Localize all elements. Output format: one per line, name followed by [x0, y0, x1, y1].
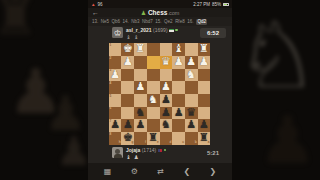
square-c2[interactable]: ♟ [172, 56, 185, 69]
square-a1[interactable]: ♜ [198, 43, 211, 56]
square-a5[interactable] [198, 94, 211, 107]
square-b3[interactable]: ♞ [185, 69, 198, 82]
square-a4[interactable] [198, 81, 211, 94]
white-knight-piece[interactable]: ♞ [185, 69, 198, 82]
white-pawn-piece[interactable]: ♟ [198, 56, 211, 69]
square-c4[interactable] [172, 81, 185, 94]
opponent-flag-icon [169, 29, 174, 32]
black-pawn-piece[interactable]: ♟ [109, 119, 122, 132]
player-username[interactable]: Jojaja [126, 147, 140, 153]
square-d5[interactable]: ♟ [160, 94, 173, 107]
player-card: Jojaja (1714) ♝ ♟ 5:21 [88, 146, 232, 161]
black-rook-piece[interactable]: ♜ [147, 132, 160, 145]
rank-label: 5 [110, 95, 112, 98]
square-c8[interactable]: c [172, 132, 185, 145]
logo-suffix: .com [167, 10, 179, 16]
square-b2[interactable]: ♟ [185, 56, 198, 69]
opponent-card: ♔ asl_r_2021 (1699) ♝ ♝ 6:52 [88, 26, 232, 41]
square-f8[interactable]: f [134, 132, 147, 145]
square-d8[interactable]: d [160, 132, 173, 145]
square-g5[interactable] [121, 94, 134, 107]
player-captured-pieces: ♝ ♟ [126, 154, 139, 160]
rank-label: 4 [110, 82, 112, 85]
move-token[interactable]: 14. [123, 19, 129, 24]
square-h5[interactable]: 5 [109, 94, 122, 107]
opponent-username[interactable]: asl_r_2021 [126, 27, 152, 33]
square-f2[interactable] [134, 56, 147, 69]
next-move-icon[interactable]: ❯ [210, 168, 217, 176]
square-c1[interactable]: ♝ [172, 43, 185, 56]
move-token[interactable]: 16. [187, 19, 193, 24]
square-e2[interactable] [147, 56, 160, 69]
rank-label: 1 [110, 44, 112, 47]
square-a3[interactable] [198, 69, 211, 82]
square-e8[interactable]: e♜ [147, 132, 160, 145]
status-bar: ▲ 96 2:27 PM 85% [88, 0, 232, 8]
opponent-online-dot [175, 29, 178, 32]
white-rook-piece[interactable]: ♜ [134, 43, 147, 56]
white-queen-piece[interactable]: ♛ [160, 56, 173, 69]
menu-grid-icon[interactable]: ▦ [104, 168, 112, 176]
square-f4[interactable]: ♟ [134, 81, 147, 94]
settings-gear-icon[interactable]: ⚙ [131, 168, 138, 176]
white-knight-piece[interactable]: ♞ [147, 94, 160, 107]
white-pawn-piece[interactable]: ♟ [185, 56, 198, 69]
square-h8[interactable]: 8h [109, 132, 122, 145]
move-token[interactable]: Ne5 [101, 19, 109, 24]
square-c5[interactable] [172, 94, 185, 107]
file-label: d [169, 141, 171, 144]
white-pawn-piece[interactable]: ♟ [172, 56, 185, 69]
bg-rook-top-left: ♜ [0, 0, 39, 46]
opponent-captured-pieces: ♝ ♝ [126, 34, 139, 40]
square-f7[interactable]: ♟ [134, 119, 147, 132]
square-h7[interactable]: 7♟ [109, 119, 122, 132]
square-h3[interactable]: 3♟ [109, 69, 122, 82]
nav-bar: ← ♟ Chess.com [88, 8, 232, 17]
screenshot-root: ♜♟♟♘♟♟ ▲ 96 2:27 PM 85% ← ♟ Chess.com 13… [0, 0, 320, 180]
file-label: c [182, 141, 184, 144]
square-c3[interactable] [172, 69, 185, 82]
move-token[interactable]: Qb6 [112, 19, 121, 24]
signal-value: 96 [97, 2, 102, 7]
move-token[interactable]: Nbd7 [142, 19, 153, 24]
white-bishop-piece[interactable]: ♝ [172, 43, 185, 56]
white-king-avatar-icon: ♔ [112, 27, 123, 38]
bottom-toolbar: ▦⚙⇄❮❯ [88, 163, 232, 180]
square-g1[interactable]: ♚ [121, 43, 134, 56]
player-avatar[interactable] [112, 147, 123, 158]
clock-time: 2:27 PM [193, 2, 210, 7]
move-token[interactable]: Rfe8 [175, 19, 185, 24]
player-clock: 5:21 [200, 148, 226, 158]
chess-app-window: ▲ 96 2:27 PM 85% ← ♟ Chess.com 13.Ne5Qb6… [88, 0, 232, 180]
square-d2[interactable]: ♛ [160, 56, 173, 69]
square-a8[interactable]: a♜ [198, 132, 211, 145]
square-a2[interactable]: ♟ [198, 56, 211, 69]
logo-pawn-icon: ♟ [141, 9, 146, 16]
square-d7[interactable]: ♞ [160, 119, 173, 132]
black-king-piece[interactable]: ♚ [121, 132, 134, 145]
white-pawn-piece[interactable]: ♟ [134, 81, 147, 94]
square-d1[interactable] [160, 43, 173, 56]
square-b8[interactable]: b [185, 132, 198, 145]
square-g8[interactable]: g♚ [121, 132, 134, 145]
signal-icon: ▲ [91, 2, 95, 7]
move-token[interactable]: Qe2 [164, 19, 173, 24]
square-e3[interactable] [147, 69, 160, 82]
rank-label: 6 [110, 107, 112, 110]
file-label: b [195, 141, 197, 144]
square-c7[interactable] [172, 119, 185, 132]
current-move-token[interactable]: Qd2 [196, 19, 208, 25]
square-h4[interactable]: 4 [109, 81, 122, 94]
opponent-avatar[interactable]: ♔ [112, 27, 123, 38]
battery-percent: 85% [212, 2, 221, 7]
square-f5[interactable] [134, 94, 147, 107]
rank-label: 2 [110, 57, 112, 60]
rank-label: 8 [110, 133, 112, 136]
square-h2[interactable]: 2 [109, 56, 122, 69]
opponent-clock: 6:52 [200, 28, 226, 38]
white-king-piece[interactable]: ♚ [121, 43, 134, 56]
chesscom-logo: ♟ Chess.com [88, 9, 232, 16]
square-b1[interactable] [185, 43, 198, 56]
battery-icon [223, 3, 229, 6]
square-h1[interactable]: 1 [109, 43, 122, 56]
move-list-bar[interactable]: 13.Ne5Qb614.Nb3Nbd715.Qe2Rfe816.Qd2 [88, 17, 232, 26]
black-knight-piece[interactable]: ♞ [160, 119, 173, 132]
status-left: ▲ 96 [91, 2, 102, 7]
square-e5[interactable]: ♞ [147, 94, 160, 107]
player-online-dot [164, 149, 167, 152]
black-pawn-piece[interactable]: ♟ [172, 107, 185, 120]
status-right: 2:27 PM 85% [193, 2, 229, 7]
white-pawn-piece[interactable]: ♟ [121, 56, 134, 69]
black-pawn-piece[interactable]: ♟ [160, 94, 173, 107]
black-rook-piece[interactable]: ♜ [198, 132, 211, 145]
square-g4[interactable] [121, 81, 134, 94]
bg-pawn-bottom-right: ♟ [258, 102, 317, 179]
square-e6[interactable] [147, 107, 160, 120]
chess-board[interactable]: 1♚♜♝♜2♟♛♟♟♟3♟♞4♟♟5♞♟6♞♟♟♛7♟♟♟♞♟♟8hg♚fe♜d… [109, 43, 211, 145]
black-pawn-piece[interactable]: ♟ [185, 119, 198, 132]
analysis-icon[interactable]: ⇄ [157, 168, 164, 176]
opponent-name-row: asl_r_2021 (1699) [126, 27, 178, 33]
square-c6[interactable]: ♟ [172, 107, 185, 120]
player-flag-icon [158, 149, 163, 152]
player-name-row: Jojaja (1714) [126, 147, 166, 153]
move-token[interactable]: 15. [155, 19, 161, 24]
square-b7[interactable]: ♟ [185, 119, 198, 132]
move-token[interactable]: 13. [92, 19, 98, 24]
previous-move-icon[interactable]: ❮ [183, 168, 190, 176]
player-rating: (1714) [142, 147, 156, 153]
white-pawn-piece[interactable]: ♟ [109, 69, 122, 82]
square-e1[interactable] [147, 43, 160, 56]
file-label: h [119, 141, 121, 144]
opponent-rating: (1699) [153, 27, 167, 33]
white-rook-piece[interactable]: ♜ [198, 43, 211, 56]
square-f1[interactable]: ♜ [134, 43, 147, 56]
bg-knight-right: ♘ [236, 2, 318, 109]
black-pawn-piece[interactable]: ♟ [134, 119, 147, 132]
move-token[interactable]: Nb3 [131, 19, 139, 24]
square-b4[interactable] [185, 81, 198, 94]
square-g2[interactable]: ♟ [121, 56, 134, 69]
square-b5[interactable] [185, 94, 198, 107]
logo-text: Chess [148, 9, 168, 16]
bg-pawn-bottom-left: ♟ [56, 128, 92, 174]
square-g3[interactable] [121, 69, 134, 82]
player-photo [112, 147, 123, 158]
